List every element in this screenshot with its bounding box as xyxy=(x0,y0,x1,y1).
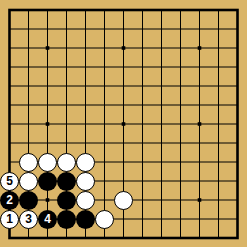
intersection xyxy=(152,229,171,247)
intersection xyxy=(209,96,228,115)
intersection xyxy=(76,96,95,115)
intersection xyxy=(114,20,133,39)
intersection-occupied: 5 xyxy=(0,172,19,191)
intersection xyxy=(19,58,38,77)
intersection xyxy=(76,1,95,20)
intersection xyxy=(76,77,95,96)
intersection xyxy=(19,77,38,96)
intersection xyxy=(114,115,133,134)
intersection xyxy=(133,229,152,247)
intersection xyxy=(228,39,247,58)
intersection xyxy=(209,1,228,20)
intersection xyxy=(190,1,209,20)
intersection xyxy=(228,172,247,191)
intersection xyxy=(19,115,38,134)
intersection xyxy=(114,39,133,58)
intersection xyxy=(114,96,133,115)
stone-white xyxy=(76,191,95,210)
intersection xyxy=(228,20,247,39)
stone-white-move-1: 1 xyxy=(0,210,19,229)
intersection xyxy=(95,191,114,210)
intersection xyxy=(209,134,228,153)
intersection xyxy=(228,96,247,115)
intersection xyxy=(190,39,209,58)
intersection xyxy=(152,96,171,115)
intersection xyxy=(152,191,171,210)
intersection xyxy=(133,172,152,191)
intersection xyxy=(0,115,19,134)
intersection xyxy=(171,153,190,172)
intersection xyxy=(95,229,114,247)
intersection xyxy=(152,134,171,153)
intersection-occupied xyxy=(76,153,95,172)
intersection xyxy=(0,1,19,20)
intersection xyxy=(57,77,76,96)
intersection xyxy=(209,210,228,229)
intersection xyxy=(171,191,190,210)
intersection xyxy=(57,39,76,58)
intersection-occupied xyxy=(57,172,76,191)
intersection xyxy=(0,39,19,58)
intersection xyxy=(38,229,57,247)
intersection xyxy=(133,210,152,229)
intersection xyxy=(152,172,171,191)
intersection xyxy=(76,134,95,153)
intersection xyxy=(95,39,114,58)
intersection xyxy=(38,77,57,96)
intersection xyxy=(190,134,209,153)
intersection xyxy=(38,134,57,153)
intersection-occupied xyxy=(57,153,76,172)
intersection xyxy=(133,1,152,20)
intersection-occupied: 1 xyxy=(0,210,19,229)
intersection xyxy=(190,191,209,210)
intersection xyxy=(38,39,57,58)
intersection xyxy=(152,115,171,134)
stone-black xyxy=(38,172,57,191)
intersection xyxy=(114,58,133,77)
intersection xyxy=(38,191,57,210)
intersection xyxy=(152,58,171,77)
intersection xyxy=(57,134,76,153)
intersection xyxy=(209,191,228,210)
intersection xyxy=(95,96,114,115)
intersection xyxy=(209,58,228,77)
intersection xyxy=(209,153,228,172)
intersection xyxy=(152,39,171,58)
intersection xyxy=(38,1,57,20)
intersection xyxy=(228,58,247,77)
intersection xyxy=(171,1,190,20)
intersection xyxy=(114,1,133,20)
intersection xyxy=(171,115,190,134)
intersection xyxy=(0,77,19,96)
intersection xyxy=(171,229,190,247)
intersection xyxy=(57,58,76,77)
intersection xyxy=(0,153,19,172)
intersection xyxy=(209,115,228,134)
intersection xyxy=(76,39,95,58)
intersection xyxy=(38,58,57,77)
intersection xyxy=(190,77,209,96)
stone-black xyxy=(57,210,76,229)
intersection xyxy=(133,115,152,134)
intersection xyxy=(171,39,190,58)
intersection xyxy=(95,153,114,172)
intersection-occupied xyxy=(57,191,76,210)
intersection xyxy=(190,96,209,115)
intersection xyxy=(76,229,95,247)
intersection xyxy=(190,20,209,39)
intersection xyxy=(228,77,247,96)
intersection-occupied xyxy=(38,172,57,191)
intersection xyxy=(152,77,171,96)
board-intersections: 52134 xyxy=(0,1,247,247)
intersection-occupied xyxy=(19,172,38,191)
intersection xyxy=(76,58,95,77)
intersection xyxy=(57,115,76,134)
intersection-occupied xyxy=(19,153,38,172)
intersection xyxy=(190,210,209,229)
intersection xyxy=(171,134,190,153)
intersection xyxy=(57,1,76,20)
intersection xyxy=(152,20,171,39)
intersection xyxy=(171,96,190,115)
intersection xyxy=(209,77,228,96)
intersection xyxy=(0,96,19,115)
stone-black xyxy=(19,191,38,210)
intersection xyxy=(0,134,19,153)
intersection xyxy=(19,96,38,115)
intersection xyxy=(114,172,133,191)
stone-black xyxy=(57,191,76,210)
intersection xyxy=(171,210,190,229)
stone-white xyxy=(114,191,133,210)
intersection xyxy=(133,39,152,58)
intersection-occupied: 2 xyxy=(0,191,19,210)
intersection xyxy=(190,153,209,172)
intersection xyxy=(95,115,114,134)
intersection-occupied xyxy=(76,210,95,229)
stone-white xyxy=(19,172,38,191)
intersection xyxy=(171,58,190,77)
intersection xyxy=(114,153,133,172)
intersection xyxy=(19,1,38,20)
intersection xyxy=(171,77,190,96)
intersection xyxy=(114,134,133,153)
intersection xyxy=(190,115,209,134)
stone-white xyxy=(38,153,57,172)
intersection xyxy=(152,153,171,172)
intersection xyxy=(228,1,247,20)
intersection xyxy=(19,134,38,153)
intersection xyxy=(114,229,133,247)
intersection-occupied xyxy=(95,210,114,229)
intersection xyxy=(38,115,57,134)
intersection xyxy=(114,210,133,229)
intersection xyxy=(209,229,228,247)
intersection xyxy=(57,229,76,247)
intersection xyxy=(133,134,152,153)
intersection xyxy=(152,210,171,229)
intersection xyxy=(57,20,76,39)
intersection xyxy=(209,39,228,58)
go-board: 52134 xyxy=(0,0,247,247)
stone-white xyxy=(57,153,76,172)
intersection-occupied xyxy=(38,153,57,172)
intersection xyxy=(190,229,209,247)
intersection xyxy=(133,77,152,96)
intersection xyxy=(0,20,19,39)
intersection xyxy=(95,172,114,191)
stone-black xyxy=(57,172,76,191)
intersection xyxy=(190,58,209,77)
stone-white-move-5: 5 xyxy=(0,172,19,191)
intersection xyxy=(152,1,171,20)
intersection-occupied xyxy=(76,172,95,191)
intersection xyxy=(133,58,152,77)
stone-black xyxy=(76,210,95,229)
intersection xyxy=(114,77,133,96)
intersection-occupied: 4 xyxy=(38,210,57,229)
intersection xyxy=(19,229,38,247)
stone-black-move-2: 2 xyxy=(0,191,19,210)
intersection-occupied xyxy=(76,191,95,210)
intersection xyxy=(228,191,247,210)
intersection xyxy=(57,96,76,115)
intersection-occupied: 3 xyxy=(19,210,38,229)
intersection xyxy=(95,1,114,20)
stone-black-move-4: 4 xyxy=(38,210,57,229)
stone-white-move-3: 3 xyxy=(19,210,38,229)
intersection xyxy=(19,20,38,39)
intersection xyxy=(228,153,247,172)
stone-white xyxy=(95,210,114,229)
intersection xyxy=(19,39,38,58)
intersection xyxy=(0,58,19,77)
intersection-occupied xyxy=(114,191,133,210)
stone-white xyxy=(19,153,38,172)
intersection xyxy=(95,58,114,77)
intersection-occupied xyxy=(57,210,76,229)
intersection xyxy=(0,229,19,247)
stone-white xyxy=(76,172,95,191)
intersection xyxy=(171,20,190,39)
intersection xyxy=(38,96,57,115)
intersection xyxy=(190,172,209,191)
stone-white xyxy=(76,153,95,172)
intersection-occupied xyxy=(19,191,38,210)
intersection xyxy=(133,191,152,210)
intersection xyxy=(171,172,190,191)
intersection xyxy=(133,153,152,172)
intersection xyxy=(95,134,114,153)
intersection xyxy=(209,20,228,39)
intersection xyxy=(209,172,228,191)
intersection xyxy=(228,115,247,134)
intersection xyxy=(228,134,247,153)
intersection xyxy=(38,20,57,39)
intersection xyxy=(95,20,114,39)
intersection xyxy=(133,20,152,39)
intersection xyxy=(228,210,247,229)
intersection xyxy=(76,115,95,134)
intersection xyxy=(76,20,95,39)
intersection xyxy=(133,96,152,115)
intersection xyxy=(95,77,114,96)
intersection xyxy=(228,229,247,247)
